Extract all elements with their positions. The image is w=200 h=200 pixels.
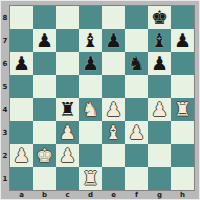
square-d1[interactable]: ♜: [79, 167, 102, 190]
square-d5[interactable]: [79, 75, 102, 98]
file-label-e: e: [102, 190, 125, 200]
white-bishop: ♝: [102, 121, 125, 144]
square-c1[interactable]: [56, 167, 79, 190]
square-b8[interactable]: [33, 6, 56, 29]
chess-board-panel: 87654321 ♚♟♝♟♝♟♟♟♞♟♜♞♟♟♜♟♝♟♟♚♟♜ abcdefgh: [0, 0, 200, 200]
square-b4[interactable]: [33, 98, 56, 121]
square-a5[interactable]: [10, 75, 33, 98]
black-pawn: ♟: [148, 52, 171, 75]
chess-board: ♚♟♝♟♝♟♟♟♞♟♜♞♟♟♜♟♝♟♟♚♟♜: [10, 6, 194, 190]
white-pawn: ♟: [56, 144, 79, 167]
black-pawn: ♟: [10, 52, 33, 75]
white-rook: ♜: [79, 167, 102, 190]
square-h4[interactable]: ♜: [171, 98, 194, 121]
square-d2[interactable]: [79, 144, 102, 167]
file-label-f: f: [125, 190, 148, 200]
square-h8[interactable]: [171, 6, 194, 29]
square-d3[interactable]: [79, 121, 102, 144]
black-pawn: ♟: [79, 52, 102, 75]
square-c2[interactable]: ♟: [56, 144, 79, 167]
square-d7[interactable]: ♝: [79, 29, 102, 52]
square-g3[interactable]: [148, 121, 171, 144]
square-g1[interactable]: [148, 167, 171, 190]
file-label-a: a: [10, 190, 33, 200]
square-a7[interactable]: [10, 29, 33, 52]
black-bishop: ♝: [79, 29, 102, 52]
square-e7[interactable]: ♟: [102, 29, 125, 52]
square-b7[interactable]: ♟: [33, 29, 56, 52]
white-rook: ♜: [171, 98, 194, 121]
square-a2[interactable]: ♟: [10, 144, 33, 167]
square-f1[interactable]: [125, 167, 148, 190]
square-f5[interactable]: [125, 75, 148, 98]
rank-label-3: 3: [0, 121, 10, 144]
square-f6[interactable]: ♞: [125, 52, 148, 75]
square-e1[interactable]: [102, 167, 125, 190]
square-a8[interactable]: [10, 6, 33, 29]
square-f4[interactable]: [125, 98, 148, 121]
rank-label-6: 6: [0, 52, 10, 75]
white-king: ♚: [33, 144, 56, 167]
rank-label-4: 4: [0, 98, 10, 121]
black-pawn: ♟: [171, 29, 194, 52]
square-f3[interactable]: ♟: [125, 121, 148, 144]
square-e6[interactable]: [102, 52, 125, 75]
black-king: ♚: [148, 6, 171, 29]
white-pawn: ♟: [10, 144, 33, 167]
square-g4[interactable]: ♟: [148, 98, 171, 121]
rank-label-2: 2: [0, 144, 10, 167]
white-knight: ♞: [79, 98, 102, 121]
square-e4[interactable]: ♟: [102, 98, 125, 121]
file-label-c: c: [56, 190, 79, 200]
square-h1[interactable]: [171, 167, 194, 190]
file-labels: abcdefgh: [10, 190, 194, 200]
black-pawn: ♟: [102, 29, 125, 52]
square-e3[interactable]: ♝: [102, 121, 125, 144]
square-b3[interactable]: [33, 121, 56, 144]
white-pawn: ♟: [56, 121, 79, 144]
square-h7[interactable]: ♟: [171, 29, 194, 52]
square-h6[interactable]: [171, 52, 194, 75]
square-b2[interactable]: ♚: [33, 144, 56, 167]
square-d4[interactable]: ♞: [79, 98, 102, 121]
black-pawn: ♟: [33, 29, 56, 52]
square-h5[interactable]: [171, 75, 194, 98]
square-f8[interactable]: [125, 6, 148, 29]
file-label-d: d: [79, 190, 102, 200]
rank-labels: 87654321: [0, 6, 10, 190]
square-e8[interactable]: [102, 6, 125, 29]
square-f7[interactable]: [125, 29, 148, 52]
rank-label-5: 5: [0, 75, 10, 98]
black-rook: ♜: [56, 98, 79, 121]
square-c7[interactable]: [56, 29, 79, 52]
black-bishop: ♝: [148, 29, 171, 52]
square-b5[interactable]: [33, 75, 56, 98]
square-a1[interactable]: [10, 167, 33, 190]
square-b6[interactable]: [33, 52, 56, 75]
black-knight: ♞: [125, 52, 148, 75]
file-label-h: h: [171, 190, 194, 200]
white-pawn: ♟: [125, 121, 148, 144]
square-a4[interactable]: [10, 98, 33, 121]
square-c8[interactable]: [56, 6, 79, 29]
square-g8[interactable]: ♚: [148, 6, 171, 29]
square-b1[interactable]: [33, 167, 56, 190]
square-c5[interactable]: [56, 75, 79, 98]
rank-label-1: 1: [0, 167, 10, 190]
square-g7[interactable]: ♝: [148, 29, 171, 52]
square-g6[interactable]: ♟: [148, 52, 171, 75]
white-pawn: ♟: [102, 98, 125, 121]
square-a3[interactable]: [10, 121, 33, 144]
white-pawn: ♟: [148, 98, 171, 121]
square-g5[interactable]: [148, 75, 171, 98]
square-a6[interactable]: ♟: [10, 52, 33, 75]
square-e2[interactable]: [102, 144, 125, 167]
file-label-b: b: [33, 190, 56, 200]
square-d8[interactable]: [79, 6, 102, 29]
square-c4[interactable]: ♜: [56, 98, 79, 121]
file-label-g: g: [148, 190, 171, 200]
square-g2[interactable]: [148, 144, 171, 167]
square-f2[interactable]: [125, 144, 148, 167]
square-c6[interactable]: [56, 52, 79, 75]
square-c3[interactable]: ♟: [56, 121, 79, 144]
rank-label-8: 8: [0, 6, 10, 29]
square-d6[interactable]: ♟: [79, 52, 102, 75]
square-h2[interactable]: [171, 144, 194, 167]
square-e5[interactable]: [102, 75, 125, 98]
square-h3[interactable]: [171, 121, 194, 144]
rank-label-7: 7: [0, 29, 10, 52]
